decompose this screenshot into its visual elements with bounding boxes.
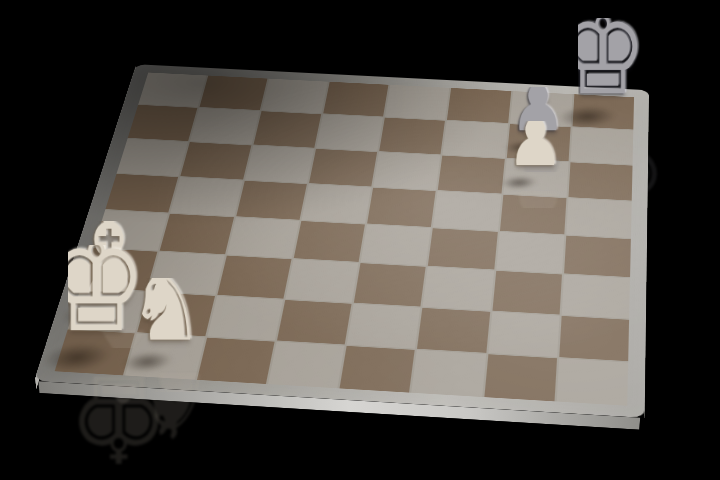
square-f8[interactable] xyxy=(447,88,511,123)
square-g7[interactable] xyxy=(506,124,570,161)
square-f7[interactable] xyxy=(443,121,508,158)
square-e7[interactable] xyxy=(379,118,445,154)
square-g8[interactable] xyxy=(510,91,573,126)
square-g6[interactable] xyxy=(503,159,568,197)
square-d6[interactable] xyxy=(309,149,377,187)
white-king[interactable]: ♚♚ xyxy=(68,245,124,352)
square-b6[interactable] xyxy=(181,142,251,179)
square-d5[interactable] xyxy=(301,184,371,223)
square-c5[interactable] xyxy=(236,181,307,220)
square-c7[interactable] xyxy=(253,111,321,147)
square-e5[interactable] xyxy=(367,188,436,227)
square-e6[interactable] xyxy=(373,152,440,190)
square-a7[interactable] xyxy=(128,105,198,141)
scene: ♚♚♝♝♞♞♟♟♚♚♟♟ xyxy=(0,0,720,480)
white-knight-reflection: ♞ xyxy=(138,360,195,449)
white-knight-glyph: ♞ xyxy=(128,251,203,356)
square-c8[interactable] xyxy=(261,79,327,114)
square-a8[interactable] xyxy=(138,73,206,107)
square-h7[interactable] xyxy=(570,127,633,164)
square-f6[interactable] xyxy=(438,155,504,193)
square-b7[interactable] xyxy=(190,108,259,144)
chess-board: ♚♚♝♝♞♞♟♟♚♚♟♟ xyxy=(34,64,649,418)
square-a6[interactable] xyxy=(117,139,188,176)
square-c6[interactable] xyxy=(245,145,314,183)
square-b5[interactable] xyxy=(170,177,242,216)
square-h8[interactable] xyxy=(572,94,634,129)
square-e8[interactable] xyxy=(385,85,450,120)
square-h6[interactable] xyxy=(568,162,632,200)
square-b8[interactable] xyxy=(200,76,267,111)
white-king-reflection: ♚ xyxy=(68,358,124,478)
square-d7[interactable] xyxy=(316,115,383,151)
white-knight[interactable]: ♞♞ xyxy=(138,278,195,355)
square-d8[interactable] xyxy=(323,82,388,117)
